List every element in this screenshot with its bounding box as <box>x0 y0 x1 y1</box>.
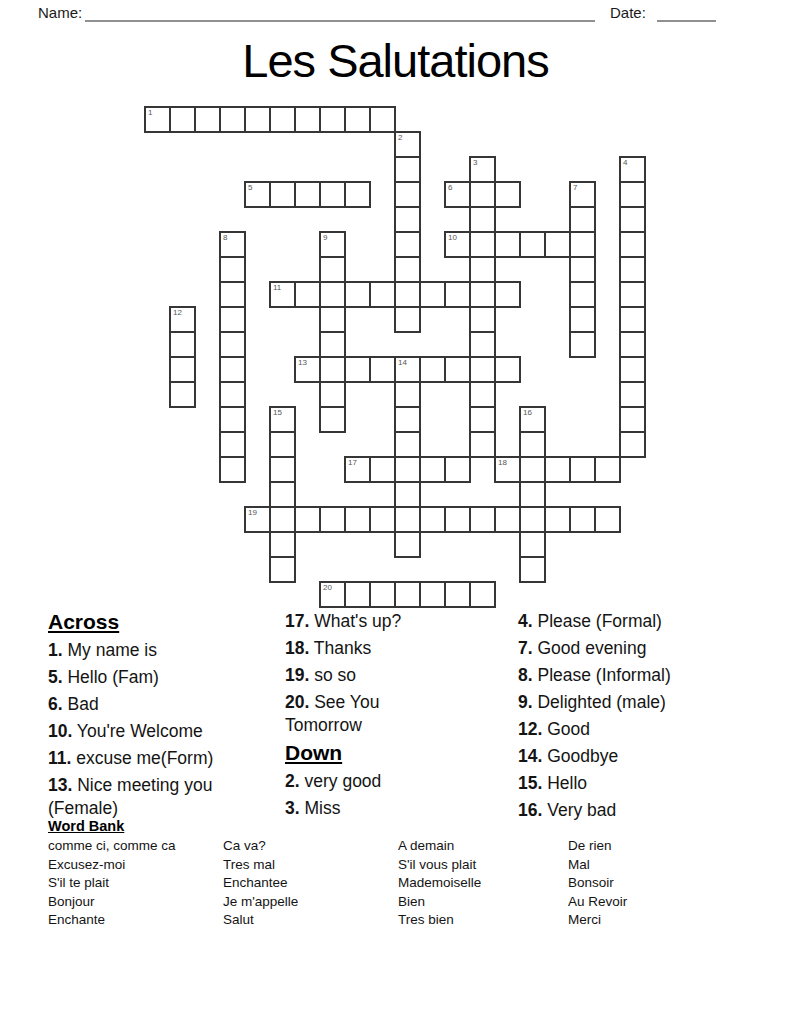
clue-number: 4 <box>623 158 627 167</box>
grid-cell[interactable] <box>619 331 646 358</box>
down-heading: Down <box>285 741 437 765</box>
clue-number: 9 <box>323 233 327 242</box>
clue-number: 7 <box>573 183 577 192</box>
grid-cell[interactable] <box>319 331 346 358</box>
word-bank-item: Bonjour <box>48 893 176 912</box>
date-label: Date: <box>610 4 646 21</box>
grid-cell[interactable] <box>219 406 246 433</box>
grid-cell[interactable] <box>619 206 646 233</box>
grid-cell[interactable] <box>219 456 246 483</box>
clue-number: 8 <box>223 233 227 242</box>
grid-cell[interactable] <box>469 581 496 608</box>
grid-cell[interactable] <box>219 431 246 458</box>
grid-cell[interactable] <box>569 331 596 358</box>
grid-cell[interactable]: 15 <box>269 406 296 433</box>
grid-cell[interactable] <box>344 356 371 383</box>
grid-cell[interactable] <box>569 206 596 233</box>
grid-cell[interactable] <box>569 506 596 533</box>
across-clues-part2: 17. What's up?18. Thanks19. so so20. See… <box>285 610 437 737</box>
grid-cell[interactable] <box>394 581 421 608</box>
grid-cell[interactable] <box>394 231 421 258</box>
grid-cell[interactable]: 3 <box>469 156 496 183</box>
grid-cell[interactable] <box>269 556 296 583</box>
grid-cell[interactable] <box>319 106 346 133</box>
grid-cell[interactable] <box>369 506 396 533</box>
grid-cell[interactable]: 7 <box>569 181 596 208</box>
clue-item: 13. Nice meeting you (Female) <box>48 774 263 820</box>
grid-cell[interactable] <box>369 356 396 383</box>
grid-cell[interactable] <box>594 456 621 483</box>
grid-cell[interactable] <box>419 356 446 383</box>
across-heading: Across <box>48 610 263 634</box>
grid-cell[interactable] <box>594 506 621 533</box>
grid-cell[interactable] <box>444 356 471 383</box>
clue-item: 20. See You Tomorrow <box>285 691 437 737</box>
grid-cell[interactable] <box>469 281 496 308</box>
grid-cell[interactable] <box>569 306 596 333</box>
word-bank-item: Enchantee <box>223 874 298 893</box>
grid-cell[interactable] <box>219 281 246 308</box>
clue-number: 3 <box>473 158 477 167</box>
grid-cell[interactable] <box>619 256 646 283</box>
grid-cell[interactable] <box>394 431 421 458</box>
clue-column-middle: 17. What's up?18. Thanks19. so so20. See… <box>285 610 437 824</box>
grid-cell[interactable] <box>219 356 246 383</box>
grid-cell[interactable]: 16 <box>519 406 546 433</box>
grid-cell[interactable] <box>319 506 346 533</box>
grid-cell[interactable] <box>219 381 246 408</box>
grid-cell[interactable] <box>294 281 321 308</box>
grid-cell[interactable] <box>369 456 396 483</box>
clue-item: 2. very good <box>285 770 437 793</box>
grid-cell[interactable] <box>519 506 546 533</box>
clue-item: 3. Miss <box>285 797 437 820</box>
grid-cell[interactable] <box>269 181 296 208</box>
grid-cell[interactable] <box>519 531 546 558</box>
word-bank-item: Bonsoir <box>568 874 627 893</box>
clue-item: 11. excuse me(Form) <box>48 747 263 770</box>
word-bank-item: Merci <box>568 911 627 930</box>
clue-item: 12. Good <box>518 718 783 741</box>
grid-cell[interactable] <box>269 106 296 133</box>
grid-cell[interactable] <box>494 356 521 383</box>
grid-cell[interactable] <box>169 331 196 358</box>
grid-cell[interactable] <box>619 306 646 333</box>
grid-cell[interactable] <box>269 481 296 508</box>
grid-cell[interactable] <box>319 181 346 208</box>
clue-item: 7. Good evening <box>518 637 783 660</box>
clue-number: 20 <box>323 583 332 592</box>
worksheet-page: Name: Date: Les Salutations 123456789101… <box>0 0 791 1024</box>
clue-number: 2 <box>398 133 402 142</box>
grid-cell[interactable]: 5 <box>244 181 271 208</box>
grid-cell[interactable] <box>394 381 421 408</box>
grid-cell[interactable] <box>394 306 421 333</box>
grid-cell[interactable]: 10 <box>444 231 471 258</box>
word-bank-item: Bien <box>398 893 481 912</box>
grid-cell[interactable] <box>569 231 596 258</box>
grid-cell[interactable] <box>544 506 571 533</box>
clue-item: 8. Please (Informal) <box>518 664 783 687</box>
grid-cell[interactable] <box>344 506 371 533</box>
grid-cell[interactable] <box>469 306 496 333</box>
grid-cell[interactable] <box>469 406 496 433</box>
grid-cell[interactable] <box>419 281 446 308</box>
word-bank-item: A demain <box>398 837 481 856</box>
clue-number: 6 <box>448 183 452 192</box>
name-label: Name: <box>38 4 82 21</box>
word-bank-item: comme ci, comme ca <box>48 837 176 856</box>
grid-cell[interactable]: 12 <box>169 306 196 333</box>
grid-cell[interactable] <box>344 181 371 208</box>
word-bank-column: Ca va?Tres malEnchanteeJe m'appelleSalut <box>223 837 298 930</box>
grid-cell[interactable] <box>494 281 521 308</box>
grid-cell[interactable] <box>194 106 221 133</box>
clue-number: 13 <box>298 358 307 367</box>
name-blank-line <box>85 2 595 22</box>
word-bank-item: De rien <box>568 837 627 856</box>
grid-cell[interactable] <box>519 231 546 258</box>
clue-item: 5. Hello (Fam) <box>48 666 263 689</box>
grid-cell[interactable] <box>244 106 271 133</box>
grid-cell[interactable] <box>294 181 321 208</box>
clue-item: 18. Thanks <box>285 637 437 660</box>
clue-number: 11 <box>273 283 281 292</box>
page-title: Les Salutations <box>0 33 791 88</box>
clue-number: 1 <box>148 108 152 117</box>
word-bank-item: Tres bien <box>398 911 481 930</box>
grid-cell[interactable] <box>394 256 421 283</box>
grid-cell[interactable] <box>469 356 496 383</box>
grid-cell[interactable] <box>394 181 421 208</box>
grid-cell[interactable]: 11 <box>269 281 296 308</box>
clue-number: 14 <box>398 358 407 367</box>
grid-cell[interactable] <box>544 231 571 258</box>
word-bank-item: Excusez-moi <box>48 856 176 875</box>
grid-cell[interactable] <box>394 531 421 558</box>
grid-cell[interactable] <box>319 356 346 383</box>
grid-cell[interactable] <box>469 381 496 408</box>
grid-cell[interactable] <box>494 181 521 208</box>
grid-cell[interactable] <box>169 106 196 133</box>
grid-cell[interactable] <box>519 431 546 458</box>
grid-cell[interactable] <box>419 506 446 533</box>
word-bank-item: Je m'appelle <box>223 893 298 912</box>
word-bank-column: De rienMalBonsoirAu RevoirMerci <box>568 837 627 930</box>
grid-cell[interactable] <box>269 456 296 483</box>
clue-number: 12 <box>173 308 182 317</box>
grid-cell[interactable] <box>619 356 646 383</box>
clue-item: 6. Bad <box>48 693 263 716</box>
crossword-grid: 1234567891011121314151617181920 <box>145 107 645 607</box>
grid-cell[interactable] <box>319 306 346 333</box>
grid-cell[interactable] <box>394 456 421 483</box>
grid-cell[interactable] <box>619 381 646 408</box>
clue-number: 16 <box>523 408 532 417</box>
grid-cell[interactable]: 19 <box>244 506 271 533</box>
grid-cell[interactable] <box>369 281 396 308</box>
clue-item: 4. Please (Formal) <box>518 610 783 633</box>
grid-cell[interactable]: 2 <box>394 131 421 158</box>
grid-cell[interactable] <box>169 381 196 408</box>
grid-cell[interactable] <box>419 456 446 483</box>
grid-cell[interactable] <box>269 531 296 558</box>
clue-item: 17. What's up? <box>285 610 437 633</box>
grid-cell[interactable] <box>394 281 421 308</box>
word-bank-item: Mal <box>568 856 627 875</box>
grid-cell[interactable] <box>469 431 496 458</box>
grid-cell[interactable] <box>494 506 521 533</box>
word-bank-heading: Word Bank <box>48 818 768 834</box>
grid-cell[interactable] <box>619 231 646 258</box>
grid-cell[interactable]: 9 <box>319 231 346 258</box>
grid-cell[interactable] <box>219 306 246 333</box>
grid-cell[interactable] <box>169 356 196 383</box>
grid-cell[interactable] <box>444 281 471 308</box>
grid-cell[interactable] <box>369 106 396 133</box>
grid-cell[interactable]: 6 <box>444 181 471 208</box>
grid-cell[interactable] <box>269 506 296 533</box>
clue-number: 18 <box>498 458 507 467</box>
clue-column-down: 4. Please (Formal)7. Good evening8. Plea… <box>518 610 783 826</box>
grid-cell[interactable] <box>494 231 521 258</box>
grid-cell[interactable]: 20 <box>319 581 346 608</box>
grid-cell[interactable] <box>394 406 421 433</box>
word-bank-column: comme ci, comme caExcusez-moiS'il te pla… <box>48 837 176 930</box>
grid-cell[interactable] <box>294 506 321 533</box>
grid-cell[interactable] <box>369 581 396 608</box>
grid-cell[interactable]: 4 <box>619 156 646 183</box>
grid-cell[interactable] <box>469 256 496 283</box>
grid-cell[interactable] <box>319 256 346 283</box>
grid-cell[interactable] <box>344 281 371 308</box>
grid-cell[interactable] <box>219 256 246 283</box>
grid-cell[interactable] <box>469 331 496 358</box>
clue-item: 15. Hello <box>518 772 783 795</box>
clue-item: 9. Delighted (male) <box>518 691 783 714</box>
grid-cell[interactable] <box>319 381 346 408</box>
word-bank-item: Mademoiselle <box>398 874 481 893</box>
grid-cell[interactable] <box>469 181 496 208</box>
grid-cell[interactable] <box>219 331 246 358</box>
word-bank-item: Au Revoir <box>568 893 627 912</box>
grid-cell[interactable] <box>394 156 421 183</box>
grid-cell[interactable] <box>394 506 421 533</box>
clue-item: 1. My name is <box>48 639 263 662</box>
word-bank-item: Tres mal <box>223 856 298 875</box>
word-bank-item: Enchante <box>48 911 176 930</box>
word-bank-item: S'il vous plait <box>398 856 481 875</box>
across-clues-part1: 1. My name is5. Hello (Fam)6. Bad10. You… <box>48 639 263 820</box>
clue-item: 10. You're Welcome <box>48 720 263 743</box>
grid-cell[interactable] <box>469 506 496 533</box>
grid-cell[interactable] <box>469 206 496 233</box>
grid-cell[interactable] <box>619 281 646 308</box>
clue-number: 19 <box>248 508 257 517</box>
grid-cell[interactable] <box>444 506 471 533</box>
clue-number: 5 <box>248 183 252 192</box>
grid-cell[interactable] <box>619 406 646 433</box>
grid-cell[interactable]: 18 <box>494 456 521 483</box>
grid-cell[interactable]: 17 <box>344 456 371 483</box>
grid-cell[interactable] <box>344 106 371 133</box>
grid-cell[interactable] <box>569 281 596 308</box>
grid-cell[interactable] <box>219 106 246 133</box>
grid-cell[interactable] <box>319 406 346 433</box>
clue-number: 17 <box>348 458 357 467</box>
grid-cell[interactable] <box>619 431 646 458</box>
grid-cell[interactable] <box>519 456 546 483</box>
clue-number: 15 <box>273 408 282 417</box>
grid-cell[interactable]: 13 <box>294 356 321 383</box>
grid-cell[interactable] <box>419 581 446 608</box>
date-blank-line <box>657 2 716 22</box>
grid-cell[interactable] <box>344 581 371 608</box>
clue-number: 10 <box>448 233 457 242</box>
word-bank-column: A demainS'il vous plaitMademoiselleBienT… <box>398 837 481 930</box>
grid-cell[interactable] <box>519 481 546 508</box>
down-clues-part1: 2. very good3. Miss <box>285 770 437 820</box>
grid-cell[interactable] <box>444 456 471 483</box>
clue-item: 19. so so <box>285 664 437 687</box>
grid-cell[interactable] <box>519 556 546 583</box>
grid-cell[interactable]: 14 <box>394 356 421 383</box>
word-bank-item: Ca va? <box>223 837 298 856</box>
grid-cell[interactable] <box>569 456 596 483</box>
word-bank-item: Salut <box>223 911 298 930</box>
word-bank: Word Bank comme ci, comme caExcusez-moiS… <box>48 818 768 838</box>
grid-cell[interactable] <box>569 256 596 283</box>
clue-column-across: Across 1. My name is5. Hello (Fam)6. Bad… <box>48 610 263 824</box>
grid-cell[interactable] <box>619 181 646 208</box>
grid-cell[interactable] <box>544 456 571 483</box>
grid-cell[interactable] <box>444 581 471 608</box>
grid-cell[interactable] <box>469 231 496 258</box>
grid-cell[interactable] <box>394 481 421 508</box>
word-bank-item: S'il te plait <box>48 874 176 893</box>
grid-cell[interactable] <box>269 431 296 458</box>
grid-cell[interactable] <box>294 106 321 133</box>
grid-cell[interactable]: 1 <box>144 106 171 133</box>
grid-cell[interactable] <box>394 206 421 233</box>
grid-cell[interactable] <box>319 281 346 308</box>
grid-cell[interactable]: 8 <box>219 231 246 258</box>
clue-item: 14. Goodbye <box>518 745 783 768</box>
down-clues-part2: 4. Please (Formal)7. Good evening8. Plea… <box>518 610 783 822</box>
